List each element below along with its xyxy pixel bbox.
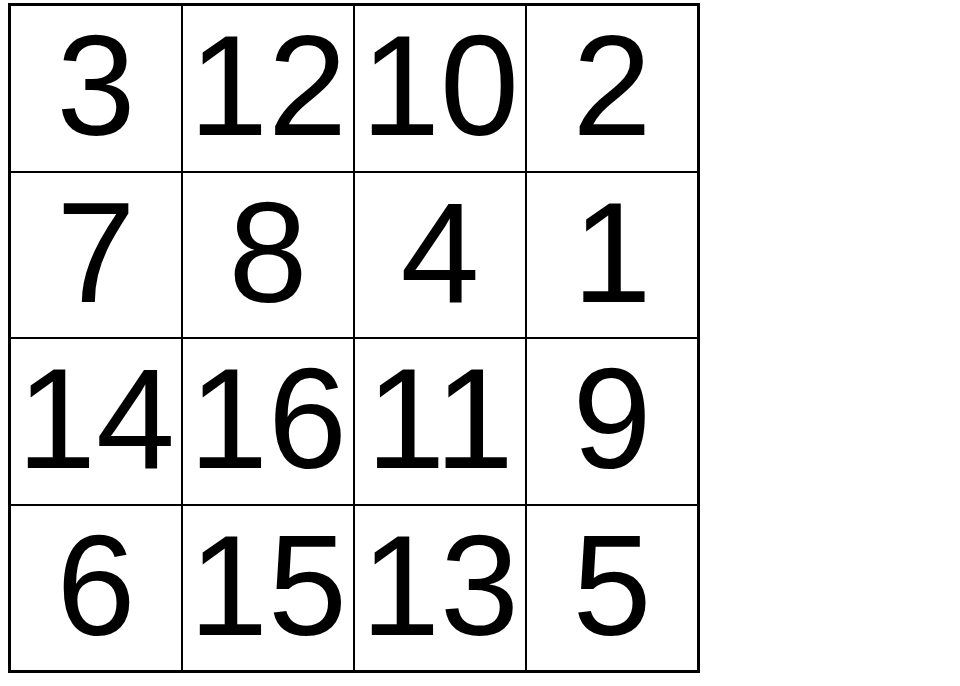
cell-number: 3	[57, 15, 136, 157]
cell-r1c3[interactable]: 10	[354, 5, 526, 172]
cell-number: 15	[189, 515, 347, 657]
cell-r3c2[interactable]: 16	[182, 338, 354, 505]
cell-number: 1	[573, 182, 652, 324]
cell-r3c4[interactable]: 9	[526, 338, 698, 505]
cell-number: 11	[366, 348, 513, 490]
cell-number: 7	[57, 182, 136, 324]
puzzle-board: 3 12 10 2 7 8 4 1 14 16 11	[8, 3, 700, 673]
cell-number: 10	[361, 15, 519, 157]
cell-number: 8	[229, 182, 308, 324]
cell-r2c1[interactable]: 7	[10, 172, 182, 339]
cell-r2c4[interactable]: 1	[526, 172, 698, 339]
cell-number: 14	[17, 348, 175, 490]
cell-number: 2	[573, 15, 652, 157]
cell-r2c3[interactable]: 4	[354, 172, 526, 339]
cell-r4c4[interactable]: 5	[526, 505, 698, 672]
cell-r3c1[interactable]: 14	[10, 338, 182, 505]
cell-r4c3[interactable]: 13	[354, 505, 526, 672]
cell-r4c1[interactable]: 6	[10, 505, 182, 672]
cell-r1c1[interactable]: 3	[10, 5, 182, 172]
cell-number: 13	[361, 515, 519, 657]
cell-r3c3[interactable]: 11	[354, 338, 526, 505]
cell-number: 9	[573, 348, 652, 490]
cell-r4c2[interactable]: 15	[182, 505, 354, 672]
cell-number: 16	[189, 348, 347, 490]
cell-number: 4	[401, 182, 480, 324]
cell-r2c2[interactable]: 8	[182, 172, 354, 339]
cell-number: 6	[57, 515, 136, 657]
cell-r1c4[interactable]: 2	[526, 5, 698, 172]
cell-number: 12	[189, 15, 347, 157]
page: 3 12 10 2 7 8 4 1 14 16 11	[0, 0, 960, 686]
cell-r1c2[interactable]: 12	[182, 5, 354, 172]
cell-number: 5	[573, 515, 652, 657]
